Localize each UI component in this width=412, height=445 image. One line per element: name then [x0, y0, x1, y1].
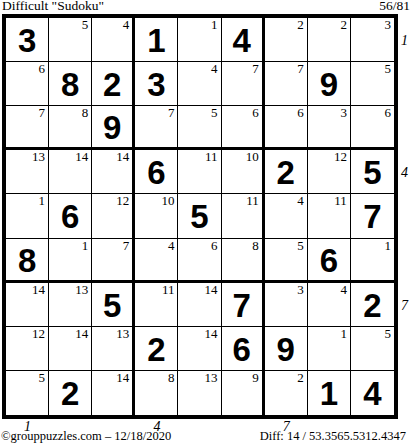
- cell-r8c9[interactable]: 5: [351, 327, 394, 371]
- cell-r6c9[interactable]: 1: [351, 239, 394, 283]
- cell-r7c4[interactable]: 11: [135, 283, 178, 327]
- corner-mark: 3: [384, 17, 391, 32]
- cell-r6c5[interactable]: 6: [178, 239, 221, 283]
- cell-r3c6[interactable]: 6: [222, 106, 265, 150]
- digit: 8: [6, 239, 48, 280]
- corner-mark: 7: [252, 61, 259, 76]
- digit: 6: [308, 239, 350, 280]
- corner-mark: 5: [384, 61, 391, 76]
- corner-mark: 12: [334, 149, 347, 164]
- cell-r9c2[interactable]: 2: [49, 371, 92, 415]
- cell-r2c6[interactable]: 7: [222, 62, 265, 106]
- cell-r1c3[interactable]: 4: [92, 18, 135, 62]
- cell-r7c3[interactable]: 5: [92, 283, 135, 327]
- row-label-4: 4: [401, 165, 408, 181]
- cell-r6c4[interactable]: 4: [135, 239, 178, 283]
- cell-r7c6[interactable]: 7: [222, 283, 265, 327]
- digit: 7: [222, 283, 262, 326]
- cell-r7c7[interactable]: 3: [265, 283, 308, 327]
- cell-r1c7[interactable]: 2: [265, 18, 308, 62]
- cell-r4c6[interactable]: 10: [222, 150, 265, 194]
- digit: 6: [222, 327, 262, 370]
- cell-r5c1[interactable]: 1: [6, 194, 49, 238]
- cell-r9c9[interactable]: 4: [351, 371, 394, 415]
- corner-mark: 14: [205, 326, 218, 341]
- cell-r9c3[interactable]: 14: [92, 371, 135, 415]
- cell-r8c5[interactable]: 14: [178, 327, 221, 371]
- cell-r8c1[interactable]: 12: [6, 327, 49, 371]
- corner-mark: 14: [116, 370, 129, 385]
- cell-r5c6[interactable]: 11: [222, 194, 265, 238]
- cell-r3c5[interactable]: 5: [178, 106, 221, 150]
- cell-r9c7[interactable]: 2: [265, 371, 308, 415]
- corner-mark: 11: [205, 149, 218, 164]
- cell-r2c9[interactable]: 5: [351, 62, 394, 106]
- cell-r2c1[interactable]: 6: [6, 62, 49, 106]
- progress-counter: 56/81: [379, 0, 410, 14]
- digit: 1: [308, 371, 350, 415]
- corner-mark: 10: [246, 149, 259, 164]
- copyright-text: ©grouppuzzles.com – 12/18/2020: [1, 429, 171, 444]
- digit: 2: [135, 327, 177, 370]
- cell-r1c6[interactable]: 4: [222, 18, 265, 62]
- cell-r2c7[interactable]: 7: [265, 62, 308, 106]
- cell-r4c8[interactable]: 12: [308, 150, 351, 194]
- digit: 5: [178, 194, 220, 237]
- digit: 3: [6, 18, 48, 61]
- cell-r5c5[interactable]: 5: [178, 194, 221, 238]
- corner-mark: 2: [297, 17, 304, 32]
- corner-mark: 5: [297, 238, 304, 253]
- cell-r2c4[interactable]: 3: [135, 62, 178, 106]
- corner-mark: 10: [161, 193, 174, 208]
- digit: 6: [49, 194, 91, 237]
- cell-r9c4[interactable]: 8: [135, 371, 178, 415]
- cell-r5c7[interactable]: 4: [265, 194, 308, 238]
- corner-mark: 11: [246, 193, 259, 208]
- corner-mark: 4: [211, 61, 218, 76]
- cell-r8c2[interactable]: 14: [49, 327, 92, 371]
- cell-r6c3[interactable]: 7: [92, 239, 135, 283]
- corner-mark: 14: [32, 282, 45, 297]
- corner-mark: 4: [123, 17, 130, 32]
- cell-r9c8[interactable]: 1: [308, 371, 351, 415]
- cell-r3c3[interactable]: 9: [92, 106, 135, 150]
- cell-r8c7[interactable]: 9: [265, 327, 308, 371]
- difficulty-text: Diff: 14 / 53.3565.5312.4347: [260, 429, 406, 444]
- cell-r5c8[interactable]: 11: [308, 194, 351, 238]
- corner-mark: 7: [168, 105, 175, 120]
- cell-r2c3[interactable]: 2: [92, 62, 135, 106]
- corner-mark: 12: [32, 326, 45, 341]
- corner-mark: 8: [82, 105, 89, 120]
- corner-mark: 1: [82, 238, 89, 253]
- cell-r1c1[interactable]: 3: [6, 18, 49, 62]
- corner-mark: 3: [340, 105, 347, 120]
- cell-r1c4[interactable]: 1: [135, 18, 178, 62]
- corner-mark: 14: [116, 149, 129, 164]
- cell-r6c7[interactable]: 5: [265, 239, 308, 283]
- corner-mark: 7: [123, 238, 130, 253]
- row-label-7: 7: [401, 298, 408, 314]
- cell-r2c5[interactable]: 4: [178, 62, 221, 106]
- cell-r8c4[interactable]: 2: [135, 327, 178, 371]
- cell-r7c5[interactable]: 14: [178, 283, 221, 327]
- corner-mark: 14: [205, 282, 218, 297]
- cell-r6c8[interactable]: 6: [308, 239, 351, 283]
- cell-r5c2[interactable]: 6: [49, 194, 92, 238]
- cell-r4c2[interactable]: 14: [49, 150, 92, 194]
- corner-mark: 8: [168, 370, 175, 385]
- cell-r6c2[interactable]: 1: [49, 239, 92, 283]
- digit: 4: [222, 18, 262, 61]
- digit: 5: [351, 150, 394, 193]
- digit: 3: [135, 62, 177, 105]
- digit: 9: [92, 106, 132, 147]
- cell-r8c3[interactable]: 13: [92, 327, 135, 371]
- cell-r9c6[interactable]: 9: [222, 371, 265, 415]
- digit: 4: [351, 371, 394, 415]
- cell-r8c8[interactable]: 1: [308, 327, 351, 371]
- cell-r7c2[interactable]: 13: [49, 283, 92, 327]
- cell-r5c3[interactable]: 12: [92, 194, 135, 238]
- corner-mark: 4: [168, 238, 175, 253]
- cell-r8c6[interactable]: 6: [222, 327, 265, 371]
- corner-mark: 5: [39, 370, 46, 385]
- digit: 5: [92, 283, 132, 326]
- corner-mark: 1: [340, 326, 347, 341]
- corner-mark: 6: [297, 105, 304, 120]
- cell-r2c8[interactable]: 9: [308, 62, 351, 106]
- cell-r4c9[interactable]: 5: [351, 150, 394, 194]
- cell-r7c9[interactable]: 2: [351, 283, 394, 327]
- digit: 2: [351, 283, 394, 326]
- cell-r1c2[interactable]: 5: [49, 18, 92, 62]
- sudoku-page: Difficult "Sudoku" 56/81 354114223682347…: [0, 0, 412, 445]
- digit: 2: [49, 371, 91, 415]
- corner-mark: 1: [39, 193, 46, 208]
- corner-mark: 8: [252, 238, 259, 253]
- cell-r4c5[interactable]: 11: [178, 150, 221, 194]
- cell-r3c8[interactable]: 3: [308, 106, 351, 150]
- cell-r4c3[interactable]: 14: [92, 150, 135, 194]
- digit: 8: [49, 62, 91, 105]
- cell-r3c9[interactable]: 6: [351, 106, 394, 150]
- corner-mark: 4: [297, 193, 304, 208]
- corner-mark: 9: [252, 370, 259, 385]
- digit: 6: [135, 150, 177, 193]
- digit: 7: [351, 194, 394, 237]
- corner-mark: 7: [297, 61, 304, 76]
- cell-r7c1[interactable]: 14: [6, 283, 49, 327]
- cell-r4c7[interactable]: 2: [265, 150, 308, 194]
- cell-r7c8[interactable]: 4: [308, 283, 351, 327]
- cell-r3c2[interactable]: 8: [49, 106, 92, 150]
- corner-mark: 6: [211, 238, 218, 253]
- cell-r2c2[interactable]: 8: [49, 62, 92, 106]
- cell-r4c4[interactable]: 6: [135, 150, 178, 194]
- row-label-1: 1: [401, 33, 408, 49]
- cell-r9c1[interactable]: 5: [6, 371, 49, 415]
- cell-r9c5[interactable]: 13: [178, 371, 221, 415]
- cell-r4c1[interactable]: 13: [6, 150, 49, 194]
- corner-mark: 13: [32, 149, 45, 164]
- corner-mark: 14: [75, 326, 88, 341]
- digit: 9: [265, 327, 307, 370]
- cell-r5c9[interactable]: 7: [351, 194, 394, 238]
- corner-mark: 7: [39, 105, 46, 120]
- cell-r3c7[interactable]: 6: [265, 106, 308, 150]
- cell-r1c8[interactable]: 2: [308, 18, 351, 62]
- cell-r1c5[interactable]: 1: [178, 18, 221, 62]
- cell-r6c6[interactable]: 8: [222, 239, 265, 283]
- corner-mark: 11: [162, 282, 175, 297]
- cell-r5c4[interactable]: 10: [135, 194, 178, 238]
- corner-mark: 2: [297, 370, 304, 385]
- corner-mark: 5: [384, 326, 391, 341]
- corner-mark: 13: [205, 370, 218, 385]
- cell-r3c4[interactable]: 7: [135, 106, 178, 150]
- page-title: Difficult "Sudoku": [2, 0, 104, 14]
- cell-r6c1[interactable]: 8: [6, 239, 49, 283]
- corner-mark: 12: [116, 193, 129, 208]
- digit: 1: [135, 18, 177, 61]
- corner-mark: 1: [384, 238, 391, 253]
- corner-mark: 1: [211, 17, 218, 32]
- corner-mark: 13: [116, 326, 129, 341]
- cell-r1c9[interactable]: 3: [351, 18, 394, 62]
- corner-mark: 3: [297, 282, 304, 297]
- digit: 9: [308, 62, 350, 105]
- corner-mark: 14: [75, 149, 88, 164]
- corner-mark: 4: [340, 282, 347, 297]
- corner-mark: 6: [39, 61, 46, 76]
- digit: 2: [265, 150, 307, 193]
- cell-r3c1[interactable]: 7: [6, 106, 49, 150]
- corner-mark: 5: [82, 17, 89, 32]
- corner-mark: 5: [211, 105, 218, 120]
- corner-mark: 11: [334, 193, 347, 208]
- digit: 2: [92, 62, 132, 105]
- corner-mark: 2: [340, 17, 347, 32]
- corner-mark: 13: [75, 282, 88, 297]
- corner-mark: 6: [252, 105, 259, 120]
- corner-mark: 6: [384, 105, 391, 120]
- sudoku-grid: 3541142236823477957897566361314146111021…: [2, 14, 398, 419]
